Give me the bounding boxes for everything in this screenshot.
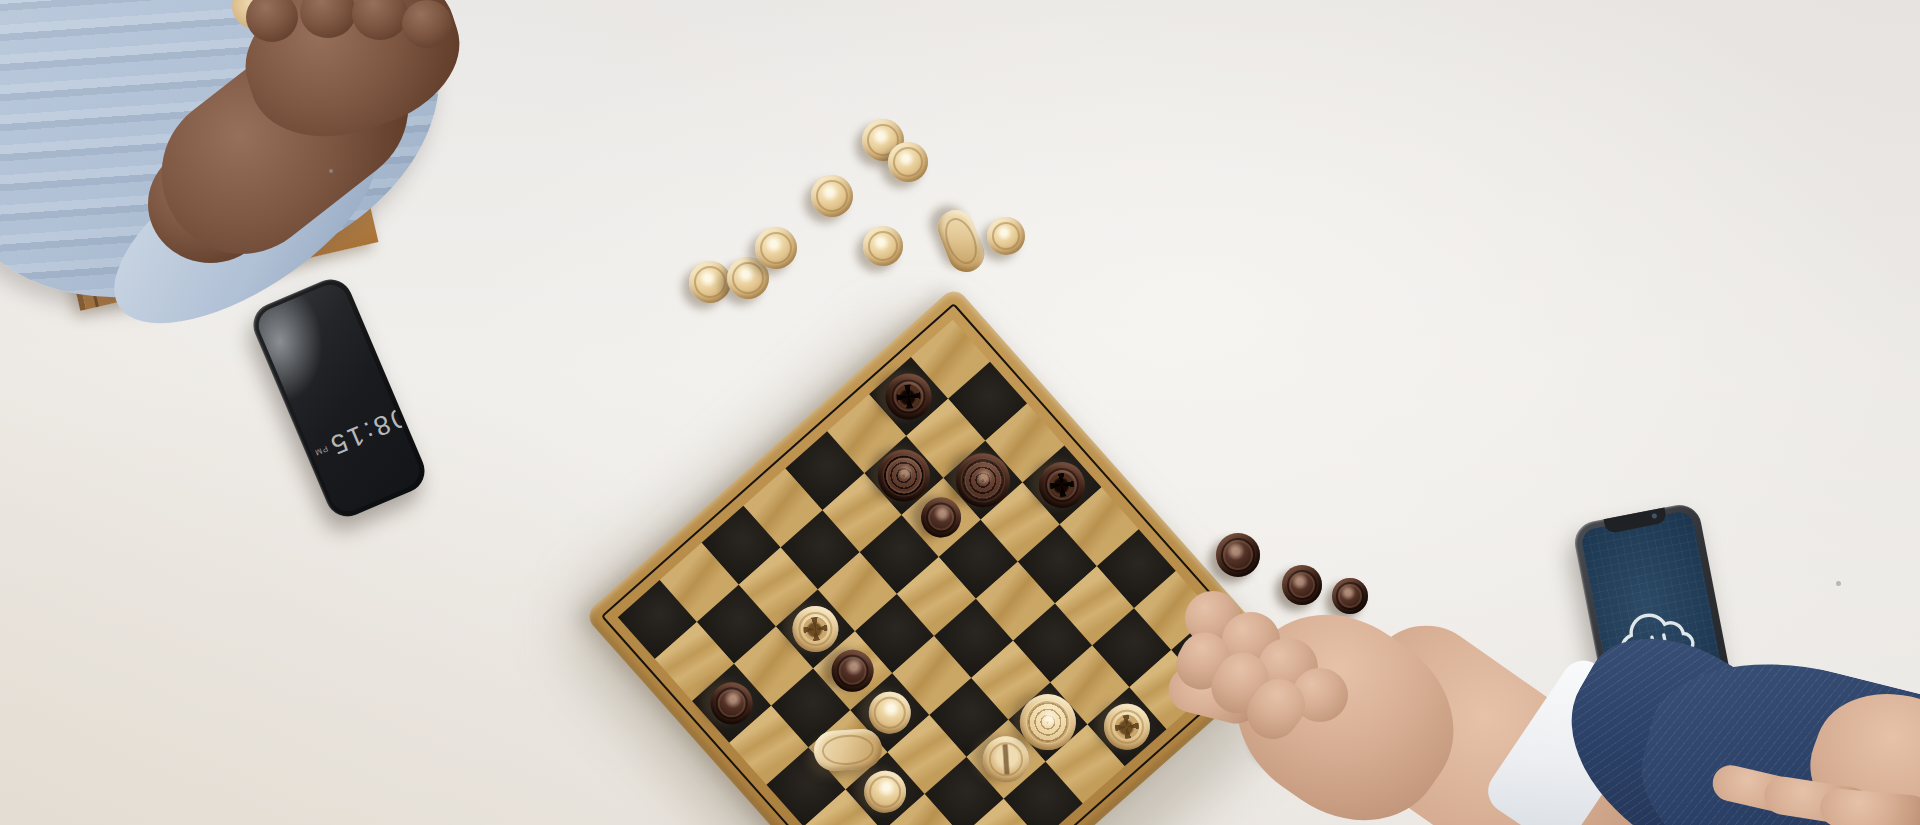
table-speck [1836, 581, 1841, 586]
piece-black-pawn-t3[interactable]: ♟ [1332, 578, 1368, 614]
piece-black-pawn-t1[interactable]: ♟ [1216, 533, 1260, 577]
clock-meridiem: PM [313, 444, 329, 458]
piece-white-pawn-t3[interactable]: ♙ [755, 227, 797, 269]
piece-white-pawn-t7[interactable]: ♙ [863, 226, 903, 266]
fist-knuckle [402, 0, 452, 48]
piece-white-pawn-t6[interactable]: ♙ [888, 142, 928, 182]
piece-white-knight-fallen[interactable]: ♘ [932, 205, 989, 278]
tabletop-chess-photo: ♜♛♚♟♜♟♟♖♙♙♙♗♕♖ ♙♙♙♙♙♙♙♘♙♟♟♟♟♔ 08:15PM Cl… [0, 0, 1920, 825]
piece-black-pawn-t2[interactable]: ♟ [1282, 565, 1322, 605]
piece-white-pawn-t1[interactable]: ♙ [689, 261, 731, 303]
clock-time: 08:15PM [313, 401, 412, 466]
table-speck [329, 169, 333, 173]
piece-white-pawn-t4[interactable]: ♙ [811, 175, 853, 217]
piece-white-pawn-t8[interactable]: ♙ [987, 217, 1025, 255]
